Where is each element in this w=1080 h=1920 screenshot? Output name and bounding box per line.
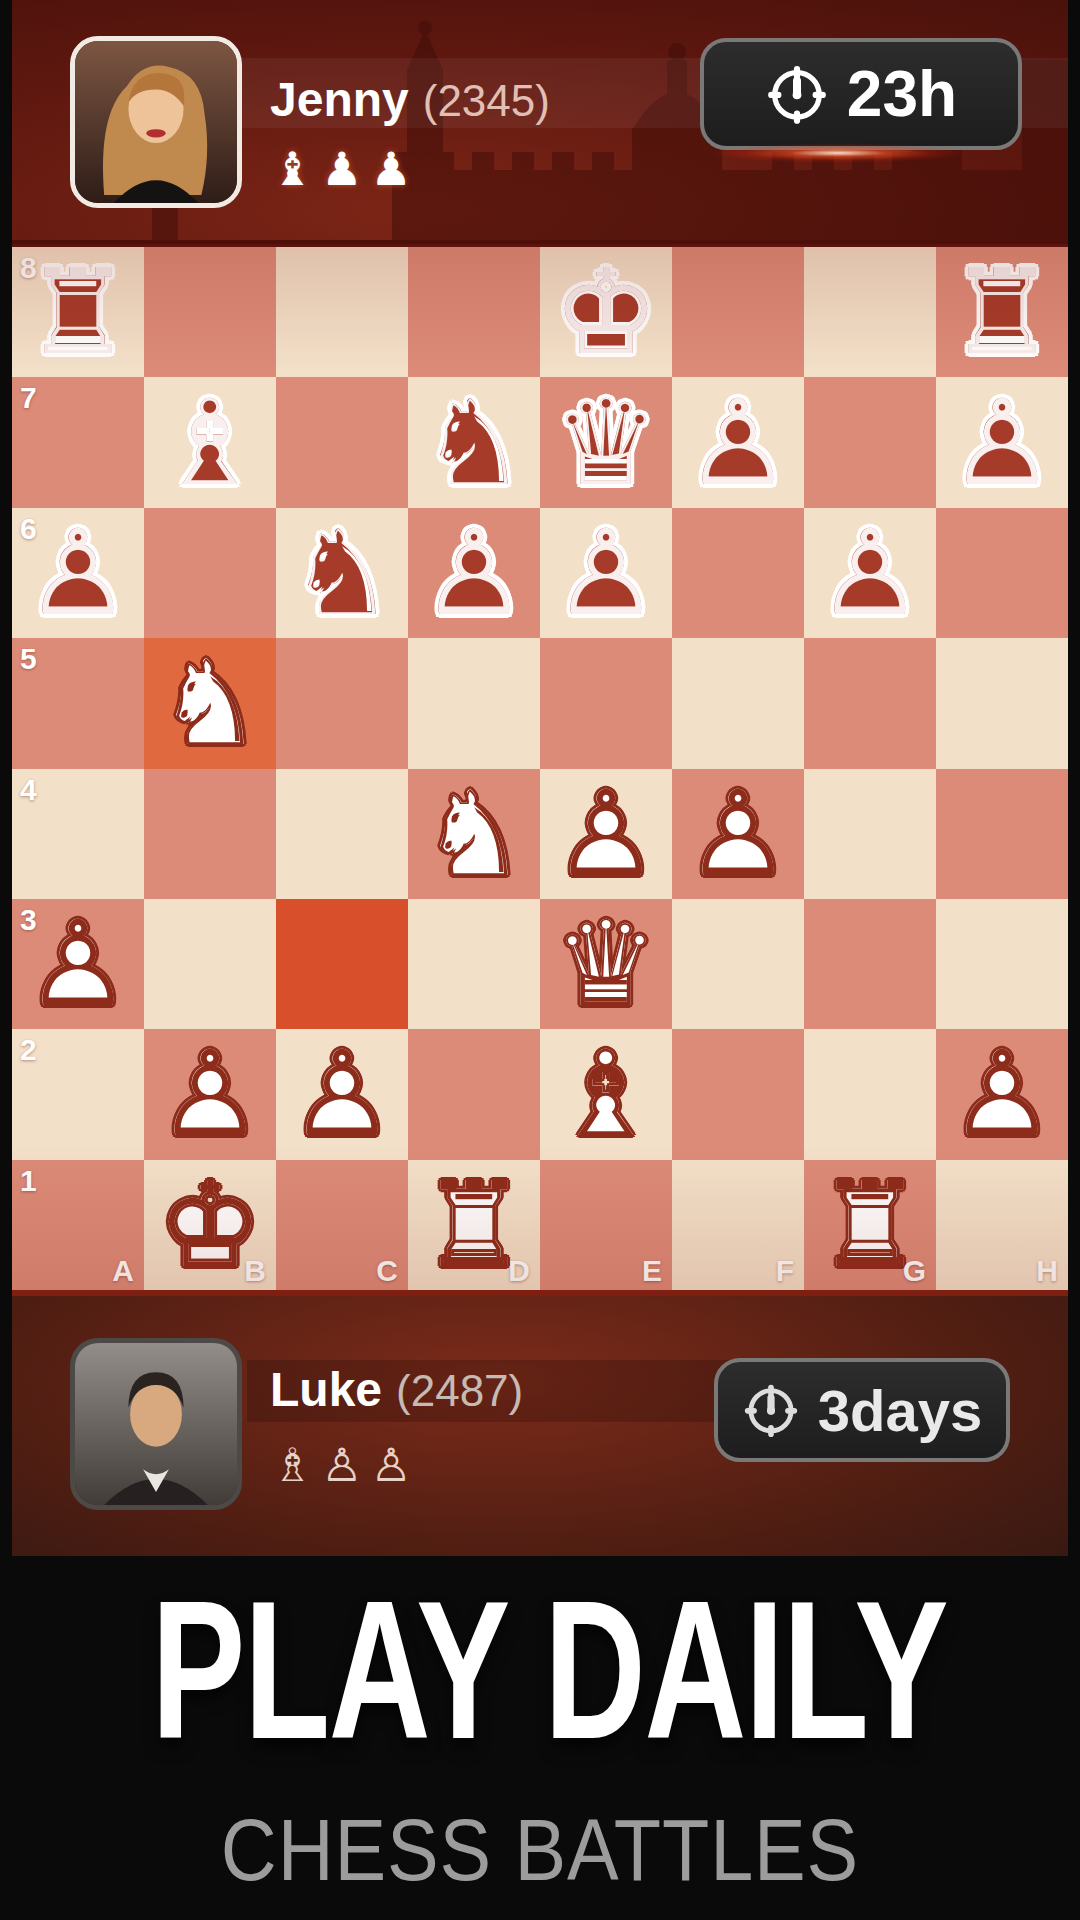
tagline-section: PLAY DAILY CHESS BATTLES (0, 1556, 1080, 1920)
file-label-H: H (1036, 1254, 1058, 1288)
square-h3[interactable] (936, 899, 1068, 1029)
square-g2[interactable] (804, 1029, 936, 1159)
piece-red-p: ♟♙ (672, 377, 804, 507)
piece-red-r: ♜♖ (936, 247, 1068, 377)
rank-label-3: 3 (20, 903, 37, 937)
square-c3[interactable] (276, 899, 408, 1029)
piece-red-p: ♟♙ (804, 508, 936, 638)
captured-white-pawn-icon: ♟ (321, 146, 362, 192)
file-label-A: A (112, 1254, 134, 1288)
piece-red-n: ♞♘ (408, 377, 540, 507)
square-h7[interactable]: ♟♙ (936, 377, 1068, 507)
piece-white-n: ♞♘ (408, 769, 540, 899)
square-h4[interactable] (936, 769, 1068, 899)
square-c1[interactable]: C (276, 1160, 408, 1290)
square-h2[interactable]: ♟♙ (936, 1029, 1068, 1159)
square-d8[interactable] (408, 247, 540, 377)
piece-white-b: ♝♗ (540, 1029, 672, 1159)
player-name: Luke (270, 1362, 382, 1417)
captured-red-pawn-icon: ♙ (321, 1442, 362, 1488)
square-b4[interactable] (144, 769, 276, 899)
tagline-subtitle: CHESS BATTLES (65, 1799, 1015, 1901)
file-label-E: E (642, 1254, 662, 1288)
file-label-F: F (776, 1254, 794, 1288)
rank-label-8: 8 (20, 251, 37, 285)
square-e6[interactable]: ♟♙ (540, 508, 672, 638)
square-d5[interactable] (408, 638, 540, 768)
square-a4[interactable]: 4 (12, 769, 144, 899)
piece-white-p: ♟♙ (936, 1029, 1068, 1159)
square-a2[interactable]: 2 (12, 1029, 144, 1159)
file-label-B: B (244, 1254, 266, 1288)
bottom-player-header: Luke (2487) ♗♙♙ 3days (12, 1296, 1068, 1560)
square-d6[interactable]: ♟♙ (408, 508, 540, 638)
piece-white-n: ♞♘ (144, 638, 276, 768)
app-screen: Jenny (2345) ♝♟♟ 23h ♜♖8♚♔♜♖7♝♗♞♘♛♕♟♙♟♙♟… (12, 0, 1068, 1560)
square-f8[interactable] (672, 247, 804, 377)
square-e5[interactable] (540, 638, 672, 768)
rank-label-5: 5 (20, 642, 37, 676)
square-f4[interactable]: ♟♙ (672, 769, 804, 899)
captured-red-pawn-icon: ♙ (371, 1442, 412, 1488)
piece-red-p: ♟♙ (936, 377, 1068, 507)
square-e3[interactable]: ♛♕ (540, 899, 672, 1029)
square-f2[interactable] (672, 1029, 804, 1159)
rank-label-4: 4 (20, 773, 37, 807)
piece-white-p: ♟♙ (540, 769, 672, 899)
square-e4[interactable]: ♟♙ (540, 769, 672, 899)
square-f1[interactable]: F (672, 1160, 804, 1290)
square-g7[interactable] (804, 377, 936, 507)
square-f3[interactable] (672, 899, 804, 1029)
tagline-title: PLAY DAILY (151, 1558, 929, 1783)
piece-red-p: ♟♙ (540, 508, 672, 638)
square-f5[interactable] (672, 638, 804, 768)
player-rating: (2345) (423, 76, 550, 126)
piece-red-p: ♟♙ (408, 508, 540, 638)
captured-red-bishop-icon: ♗ (272, 1442, 313, 1488)
square-d2[interactable] (408, 1029, 540, 1159)
square-f6[interactable] (672, 508, 804, 638)
square-a3[interactable]: ♟♙3 (12, 899, 144, 1029)
avatar[interactable] (70, 36, 242, 208)
square-b7[interactable]: ♝♗ (144, 377, 276, 507)
captured-pieces-tray: ♗♙♙ (272, 1442, 412, 1488)
clock-icon (742, 1381, 800, 1439)
square-a7[interactable]: 7 (12, 377, 144, 507)
player-rating: (2487) (396, 1366, 523, 1416)
player-name: Jenny (270, 72, 409, 127)
square-e1[interactable]: E (540, 1160, 672, 1290)
chess-board: ♜♖8♚♔♜♖7♝♗♞♘♛♕♟♙♟♙♟♙6♞♘♟♙♟♙♟♙5♞♘4♞♘♟♙♟♙♟… (12, 244, 1068, 1296)
timer-value: 23h (847, 57, 957, 131)
player-name-row: Luke (2487) (270, 1362, 523, 1417)
square-b1[interactable]: ♚♔B (144, 1160, 276, 1290)
square-b2[interactable]: ♟♙ (144, 1029, 276, 1159)
file-label-G: G (903, 1254, 926, 1288)
square-h6[interactable] (936, 508, 1068, 638)
timer-value: 3days (818, 1377, 982, 1444)
square-d3[interactable] (408, 899, 540, 1029)
piece-white-p: ♟♙ (276, 1029, 408, 1159)
square-c4[interactable] (276, 769, 408, 899)
square-h1[interactable]: H (936, 1160, 1068, 1290)
square-e8[interactable]: ♚♔ (540, 247, 672, 377)
clock-icon (765, 62, 829, 126)
piece-red-b: ♝♗ (144, 377, 276, 507)
square-g3[interactable] (804, 899, 936, 1029)
captured-pieces-tray: ♝♟♟ (272, 146, 412, 192)
square-b3[interactable] (144, 899, 276, 1029)
timer-badge: 3days (714, 1358, 1010, 1462)
piece-white-p: ♟♙ (144, 1029, 276, 1159)
captured-white-pawn-icon: ♟ (371, 146, 412, 192)
piece-white-p: ♟♙ (672, 769, 804, 899)
square-b5[interactable]: ♞♘ (144, 638, 276, 768)
square-c5[interactable] (276, 638, 408, 768)
rank-label-1: 1 (20, 1164, 37, 1198)
square-a6[interactable]: ♟♙6 (12, 508, 144, 638)
square-g5[interactable] (804, 638, 936, 768)
top-player-header: Jenny (2345) ♝♟♟ 23h (12, 0, 1068, 244)
file-label-D: D (508, 1254, 530, 1288)
rank-label-7: 7 (20, 381, 37, 415)
square-e7[interactable]: ♛♕ (540, 377, 672, 507)
square-h8[interactable]: ♜♖ (936, 247, 1068, 377)
file-label-C: C (376, 1254, 398, 1288)
avatar[interactable] (70, 1338, 242, 1510)
square-h5[interactable] (936, 638, 1068, 768)
square-a1[interactable]: 1A (12, 1160, 144, 1290)
square-a5[interactable]: 5 (12, 638, 144, 768)
square-f7[interactable]: ♟♙ (672, 377, 804, 507)
square-b8[interactable] (144, 247, 276, 377)
square-b6[interactable] (144, 508, 276, 638)
player-name-row: Jenny (2345) (270, 72, 550, 127)
rank-label-2: 2 (20, 1033, 37, 1067)
square-a8[interactable]: ♜♖8 (12, 247, 144, 377)
piece-red-k: ♚♔ (540, 247, 672, 377)
square-d7[interactable]: ♞♘ (408, 377, 540, 507)
square-g6[interactable]: ♟♙ (804, 508, 936, 638)
square-d4[interactable]: ♞♘ (408, 769, 540, 899)
square-e2[interactable]: ♝♗ (540, 1029, 672, 1159)
square-c2[interactable]: ♟♙ (276, 1029, 408, 1159)
piece-white-q: ♛♕ (540, 899, 672, 1029)
timer-badge: 23h (700, 38, 1022, 150)
rank-label-6: 6 (20, 512, 37, 546)
square-c7[interactable] (276, 377, 408, 507)
piece-red-n: ♞♘ (276, 508, 408, 638)
captured-white-bishop-icon: ♝ (272, 146, 313, 192)
piece-red-q: ♛♕ (540, 377, 672, 507)
square-c6[interactable]: ♞♘ (276, 508, 408, 638)
square-g1[interactable]: ♜♖G (804, 1160, 936, 1290)
square-g8[interactable] (804, 247, 936, 377)
square-c8[interactable] (276, 247, 408, 377)
square-g4[interactable] (804, 769, 936, 899)
square-d1[interactable]: ♜♖D (408, 1160, 540, 1290)
